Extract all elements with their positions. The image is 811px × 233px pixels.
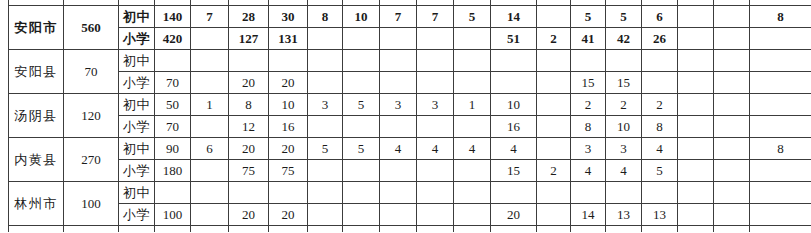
value-cell — [750, 204, 811, 226]
value-cell: 7 — [191, 6, 229, 28]
school-level-cell: 小学 — [119, 28, 155, 50]
partial-cell — [229, 226, 269, 233]
value-cell — [537, 72, 571, 94]
value-cell: 5 — [642, 160, 678, 182]
value-cell: 20 — [491, 204, 537, 226]
partial-cell — [678, 226, 714, 233]
value-cell — [750, 94, 811, 116]
table-row: 林州市100初中 — [9, 182, 811, 204]
value-cell: 2 — [537, 28, 571, 50]
value-cell: 75 — [269, 160, 308, 182]
value-cell: 2 — [571, 94, 606, 116]
value-cell — [417, 182, 454, 204]
value-cell — [571, 50, 606, 72]
total-cell: 270 — [64, 138, 119, 182]
value-cell: 1 — [191, 94, 229, 116]
value-cell: 8 — [571, 116, 606, 138]
region-cell: 安阳市 — [9, 6, 64, 50]
school-level-cell: 初中 — [119, 138, 155, 160]
value-cell — [417, 72, 454, 94]
value-cell — [380, 28, 417, 50]
value-cell: 4 — [417, 138, 454, 160]
value-cell — [191, 28, 229, 50]
value-cell: 3 — [417, 94, 454, 116]
value-cell — [454, 182, 491, 204]
school-level-cell: 小学 — [119, 72, 155, 94]
value-cell — [308, 72, 343, 94]
value-cell — [343, 72, 380, 94]
value-cell: 14 — [571, 204, 606, 226]
value-cell — [714, 6, 750, 28]
value-cell — [191, 116, 229, 138]
value-cell — [454, 72, 491, 94]
partial-cell — [417, 226, 454, 233]
value-cell — [606, 182, 642, 204]
value-cell — [308, 182, 343, 204]
table-row: 小学420127131512414226 — [9, 28, 811, 50]
value-cell: 8 — [642, 116, 678, 138]
value-cell — [537, 182, 571, 204]
table-row: 小学1807575152445 — [9, 160, 811, 182]
value-cell — [343, 204, 380, 226]
partial-cell — [571, 226, 606, 233]
value-cell — [678, 138, 714, 160]
value-cell — [714, 28, 750, 50]
value-cell — [308, 28, 343, 50]
value-cell — [750, 116, 811, 138]
value-cell — [191, 204, 229, 226]
value-cell — [380, 182, 417, 204]
value-cell: 16 — [491, 116, 537, 138]
value-cell — [678, 94, 714, 116]
value-cell: 3 — [606, 138, 642, 160]
value-cell — [678, 72, 714, 94]
value-cell: 20 — [229, 204, 269, 226]
value-cell: 8 — [750, 6, 811, 28]
total-cell: 120 — [64, 94, 119, 138]
value-cell: 10 — [269, 94, 308, 116]
value-cell: 10 — [343, 6, 380, 28]
value-cell — [750, 182, 811, 204]
value-cell: 12 — [229, 116, 269, 138]
value-cell: 4 — [454, 138, 491, 160]
value-cell: 10 — [606, 116, 642, 138]
partial-cell — [537, 226, 571, 233]
value-cell — [714, 94, 750, 116]
value-cell — [642, 182, 678, 204]
value-cell — [678, 204, 714, 226]
value-cell: 13 — [606, 204, 642, 226]
value-cell: 2 — [537, 160, 571, 182]
value-cell — [491, 72, 537, 94]
value-cell — [571, 182, 606, 204]
value-cell: 6 — [642, 6, 678, 28]
partial-cell — [155, 226, 191, 233]
value-cell — [678, 6, 714, 28]
value-cell: 1 — [454, 94, 491, 116]
table-row: 内黄县270初中90620205544443348 — [9, 138, 811, 160]
value-cell — [343, 50, 380, 72]
value-cell — [714, 116, 750, 138]
value-cell: 2 — [642, 94, 678, 116]
value-cell — [454, 204, 491, 226]
table-row: 小学100202020141313 — [9, 204, 811, 226]
value-cell — [454, 116, 491, 138]
value-cell — [642, 50, 678, 72]
value-cell — [155, 50, 191, 72]
value-cell: 5 — [606, 6, 642, 28]
table-row: 小学7020201515 — [9, 72, 811, 94]
value-cell — [380, 204, 417, 226]
value-cell — [678, 28, 714, 50]
school-level-cell: 初中 — [119, 94, 155, 116]
partial-row — [9, 226, 811, 233]
value-cell — [343, 116, 380, 138]
value-cell — [537, 138, 571, 160]
value-cell: 8 — [750, 138, 811, 160]
value-cell — [537, 94, 571, 116]
partial-cell — [491, 226, 537, 233]
value-cell — [714, 182, 750, 204]
value-cell: 20 — [269, 138, 308, 160]
value-cell: 127 — [229, 28, 269, 50]
partial-cell — [454, 226, 491, 233]
value-cell: 4 — [606, 160, 642, 182]
value-cell — [750, 72, 811, 94]
school-level-cell: 初中 — [119, 6, 155, 28]
value-cell: 15 — [491, 160, 537, 182]
value-cell — [343, 160, 380, 182]
value-cell — [750, 50, 811, 72]
value-cell — [454, 160, 491, 182]
value-cell: 5 — [454, 6, 491, 28]
partial-cell — [642, 226, 678, 233]
value-cell — [308, 204, 343, 226]
value-cell: 26 — [642, 28, 678, 50]
value-cell — [606, 50, 642, 72]
value-cell — [642, 72, 678, 94]
school-level-cell: 初中 — [119, 50, 155, 72]
partial-cell — [269, 226, 308, 233]
value-cell — [191, 182, 229, 204]
total-cell: 560 — [64, 6, 119, 50]
value-cell: 3 — [571, 138, 606, 160]
region-cell: 林州市 — [9, 182, 64, 226]
value-cell: 180 — [155, 160, 191, 182]
value-cell: 41 — [571, 28, 606, 50]
value-cell: 4 — [642, 138, 678, 160]
value-cell: 42 — [606, 28, 642, 50]
value-cell: 14 — [491, 6, 537, 28]
value-cell: 51 — [491, 28, 537, 50]
table-row: 小学701216168108 — [9, 116, 811, 138]
school-level-cell: 小学 — [119, 160, 155, 182]
value-cell — [750, 28, 811, 50]
value-cell — [380, 72, 417, 94]
table-body: 安阳市560初中14072830810775145568小学4201271315… — [9, 0, 811, 232]
value-cell — [417, 50, 454, 72]
value-cell: 4 — [380, 138, 417, 160]
value-cell — [380, 160, 417, 182]
value-cell — [417, 116, 454, 138]
value-cell — [714, 160, 750, 182]
statistics-table: 安阳市560初中14072830810775145568小学4201271315… — [8, 0, 811, 232]
value-cell — [269, 182, 308, 204]
region-cell: 汤阴县 — [9, 94, 64, 138]
value-cell — [537, 204, 571, 226]
value-cell: 3 — [308, 94, 343, 116]
school-level-cell: 初中 — [119, 182, 155, 204]
value-cell — [308, 50, 343, 72]
value-cell: 15 — [606, 72, 642, 94]
value-cell: 75 — [229, 160, 269, 182]
value-cell — [678, 116, 714, 138]
partial-cell — [750, 226, 811, 233]
value-cell: 2 — [606, 94, 642, 116]
value-cell — [491, 182, 537, 204]
value-cell: 20 — [229, 138, 269, 160]
value-cell: 131 — [269, 28, 308, 50]
value-cell — [191, 72, 229, 94]
school-level-cell: 小学 — [119, 204, 155, 226]
value-cell — [714, 204, 750, 226]
value-cell — [714, 72, 750, 94]
table-row: 安阳市560初中14072830810775145568 — [9, 6, 811, 28]
value-cell: 5 — [308, 138, 343, 160]
value-cell — [454, 50, 491, 72]
total-cell: 100 — [64, 182, 119, 226]
value-cell — [537, 116, 571, 138]
value-cell — [417, 28, 454, 50]
value-cell: 8 — [308, 6, 343, 28]
table-row: 汤阴县120初中5018103533110222 — [9, 94, 811, 116]
value-cell: 50 — [155, 94, 191, 116]
school-level-cell: 小学 — [119, 116, 155, 138]
region-cell: 安阳县 — [9, 50, 64, 94]
value-cell — [714, 50, 750, 72]
value-cell — [417, 160, 454, 182]
value-cell: 5 — [571, 6, 606, 28]
value-cell — [229, 50, 269, 72]
value-cell — [678, 50, 714, 72]
value-cell — [308, 116, 343, 138]
value-cell — [155, 182, 191, 204]
value-cell — [343, 182, 380, 204]
value-cell: 4 — [491, 138, 537, 160]
value-cell — [229, 182, 269, 204]
value-cell — [750, 160, 811, 182]
value-cell — [678, 182, 714, 204]
value-cell: 140 — [155, 6, 191, 28]
value-cell — [537, 6, 571, 28]
value-cell: 6 — [191, 138, 229, 160]
partial-cell — [343, 226, 380, 233]
value-cell: 8 — [229, 94, 269, 116]
value-cell — [678, 160, 714, 182]
value-cell — [269, 50, 308, 72]
value-cell — [308, 160, 343, 182]
partial-cell — [64, 226, 119, 233]
value-cell: 30 — [269, 6, 308, 28]
value-cell: 20 — [269, 204, 308, 226]
value-cell: 28 — [229, 6, 269, 28]
value-cell: 13 — [642, 204, 678, 226]
partial-cell — [308, 226, 343, 233]
value-cell — [343, 28, 380, 50]
value-cell — [191, 50, 229, 72]
value-cell: 70 — [155, 116, 191, 138]
partial-cell — [714, 226, 750, 233]
partial-cell — [191, 226, 229, 233]
value-cell: 16 — [269, 116, 308, 138]
value-cell: 20 — [229, 72, 269, 94]
table-row: 安阳县70初中 — [9, 50, 811, 72]
value-cell: 5 — [343, 94, 380, 116]
value-cell: 7 — [417, 6, 454, 28]
value-cell: 70 — [155, 72, 191, 94]
value-cell: 20 — [269, 72, 308, 94]
region-cell: 内黄县 — [9, 138, 64, 182]
partial-cell — [119, 226, 155, 233]
value-cell: 5 — [343, 138, 380, 160]
value-cell: 3 — [380, 94, 417, 116]
value-cell — [454, 28, 491, 50]
partial-cell — [9, 226, 64, 233]
value-cell: 10 — [491, 94, 537, 116]
value-cell: 15 — [571, 72, 606, 94]
value-cell — [380, 116, 417, 138]
value-cell: 7 — [380, 6, 417, 28]
value-cell — [491, 50, 537, 72]
partial-cell — [606, 226, 642, 233]
document-page: 安阳市560初中14072830810775145568小学4201271315… — [0, 0, 811, 232]
value-cell — [191, 160, 229, 182]
value-cell — [537, 50, 571, 72]
value-cell — [417, 204, 454, 226]
value-cell: 420 — [155, 28, 191, 50]
value-cell: 100 — [155, 204, 191, 226]
value-cell — [380, 50, 417, 72]
value-cell: 4 — [571, 160, 606, 182]
value-cell — [714, 138, 750, 160]
partial-cell — [380, 226, 417, 233]
value-cell: 90 — [155, 138, 191, 160]
total-cell: 70 — [64, 50, 119, 94]
